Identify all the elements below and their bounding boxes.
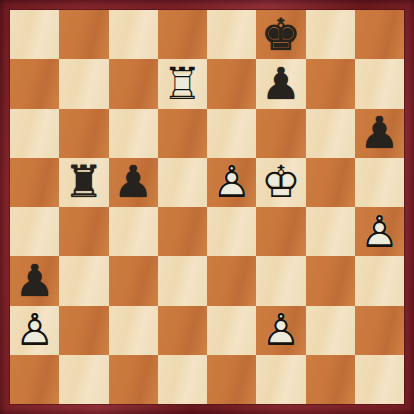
- white-pawn-glyph: ♟♙: [15, 308, 54, 352]
- square-f6[interactable]: [256, 109, 305, 158]
- square-a2[interactable]: ♟♙: [10, 306, 59, 355]
- black-rook-glyph: ♜: [64, 160, 103, 204]
- black-king-glyph: ♚: [261, 13, 300, 57]
- square-d1[interactable]: [158, 355, 207, 404]
- square-f4[interactable]: [256, 207, 305, 256]
- black-pawn[interactable]: ♟: [256, 59, 305, 108]
- white-king-glyph: ♚♔: [261, 160, 300, 204]
- square-h7[interactable]: [355, 59, 404, 108]
- white-pawn[interactable]: ♟♙: [10, 306, 59, 355]
- piece-fill: ♜: [64, 156, 103, 207]
- square-c5[interactable]: ♟: [109, 158, 158, 207]
- square-c8[interactable]: [109, 10, 158, 59]
- square-f5[interactable]: ♚♔: [256, 158, 305, 207]
- board-frame: ♚♜♖♟♟♜♟♟♙♚♔♟♙♟♟♙♟♙: [0, 0, 414, 414]
- square-b4[interactable]: [59, 207, 108, 256]
- black-pawn-glyph: ♟: [113, 160, 152, 204]
- black-pawn[interactable]: ♟: [109, 158, 158, 207]
- square-a5[interactable]: [10, 158, 59, 207]
- square-e2[interactable]: [207, 306, 256, 355]
- square-d5[interactable]: [158, 158, 207, 207]
- white-pawn[interactable]: ♟♙: [207, 158, 256, 207]
- piece-fill: ♟: [113, 156, 152, 207]
- square-f2[interactable]: ♟♙: [256, 306, 305, 355]
- square-d2[interactable]: [158, 306, 207, 355]
- square-h6[interactable]: ♟: [355, 109, 404, 158]
- black-pawn-glyph: ♟: [261, 62, 300, 106]
- white-pawn[interactable]: ♟♙: [256, 306, 305, 355]
- square-g5[interactable]: [306, 158, 355, 207]
- square-e7[interactable]: [207, 59, 256, 108]
- white-pawn-glyph: ♟♙: [360, 210, 399, 254]
- square-d6[interactable]: [158, 109, 207, 158]
- piece-outline: ♔: [261, 160, 300, 204]
- piece-outline: ♖: [163, 62, 202, 106]
- black-king[interactable]: ♚: [256, 10, 305, 59]
- square-a1[interactable]: [10, 355, 59, 404]
- square-e3[interactable]: [207, 256, 256, 305]
- square-e4[interactable]: [207, 207, 256, 256]
- piece-fill: ♟: [15, 255, 54, 306]
- square-g6[interactable]: [306, 109, 355, 158]
- square-b7[interactable]: [59, 59, 108, 108]
- square-a6[interactable]: [10, 109, 59, 158]
- square-b6[interactable]: [59, 109, 108, 158]
- square-e5[interactable]: ♟♙: [207, 158, 256, 207]
- square-e1[interactable]: [207, 355, 256, 404]
- square-g7[interactable]: [306, 59, 355, 108]
- square-g3[interactable]: [306, 256, 355, 305]
- piece-outline: ♙: [360, 210, 399, 254]
- square-c6[interactable]: [109, 109, 158, 158]
- white-king[interactable]: ♚♔: [256, 158, 305, 207]
- square-g2[interactable]: [306, 306, 355, 355]
- black-rook[interactable]: ♜: [59, 158, 108, 207]
- square-b2[interactable]: [59, 306, 108, 355]
- square-d4[interactable]: [158, 207, 207, 256]
- white-pawn-glyph: ♟♙: [261, 308, 300, 352]
- square-h3[interactable]: [355, 256, 404, 305]
- square-f1[interactable]: [256, 355, 305, 404]
- square-c1[interactable]: [109, 355, 158, 404]
- piece-outline: ♙: [261, 308, 300, 352]
- black-pawn-glyph: ♟: [360, 111, 399, 155]
- square-c3[interactable]: [109, 256, 158, 305]
- square-h5[interactable]: [355, 158, 404, 207]
- square-c4[interactable]: [109, 207, 158, 256]
- square-b5[interactable]: ♜: [59, 158, 108, 207]
- square-g8[interactable]: [306, 10, 355, 59]
- square-a4[interactable]: [10, 207, 59, 256]
- square-f7[interactable]: ♟: [256, 59, 305, 108]
- square-f8[interactable]: ♚: [256, 10, 305, 59]
- square-b1[interactable]: [59, 355, 108, 404]
- square-a3[interactable]: ♟: [10, 256, 59, 305]
- black-pawn-glyph: ♟: [15, 259, 54, 303]
- square-a7[interactable]: [10, 59, 59, 108]
- white-pawn[interactable]: ♟♙: [355, 207, 404, 256]
- piece-fill: ♟: [360, 107, 399, 158]
- piece-outline: ♙: [212, 160, 251, 204]
- square-d7[interactable]: ♜♖: [158, 59, 207, 108]
- square-h4[interactable]: ♟♙: [355, 207, 404, 256]
- piece-outline: ♙: [15, 308, 54, 352]
- square-d8[interactable]: [158, 10, 207, 59]
- white-pawn-glyph: ♟♙: [212, 160, 251, 204]
- square-f3[interactable]: [256, 256, 305, 305]
- square-b3[interactable]: [59, 256, 108, 305]
- square-e8[interactable]: [207, 10, 256, 59]
- square-c7[interactable]: [109, 59, 158, 108]
- square-g1[interactable]: [306, 355, 355, 404]
- square-h8[interactable]: [355, 10, 404, 59]
- square-b8[interactable]: [59, 10, 108, 59]
- square-e6[interactable]: [207, 109, 256, 158]
- square-g4[interactable]: [306, 207, 355, 256]
- square-h1[interactable]: [355, 355, 404, 404]
- piece-fill: ♟: [261, 58, 300, 109]
- white-rook-glyph: ♜♖: [163, 62, 202, 106]
- square-d3[interactable]: [158, 256, 207, 305]
- square-h2[interactable]: [355, 306, 404, 355]
- square-a8[interactable]: [10, 10, 59, 59]
- black-pawn[interactable]: ♟: [355, 109, 404, 158]
- black-pawn[interactable]: ♟: [10, 256, 59, 305]
- square-c2[interactable]: [109, 306, 158, 355]
- white-rook[interactable]: ♜♖: [158, 59, 207, 108]
- piece-fill: ♚: [261, 9, 300, 60]
- chess-board: ♚♜♖♟♟♜♟♟♙♚♔♟♙♟♟♙♟♙: [10, 10, 404, 404]
